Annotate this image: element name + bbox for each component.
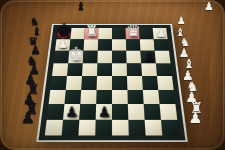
captured-white-pawn: ♟: [177, 16, 186, 26]
captured-black-bishop-top: ♝: [76, 1, 86, 12]
captured-white-pawn: ♟: [188, 111, 202, 126]
captured-white-pawn-top: ♟: [204, 1, 214, 12]
captured-black-pawn: ♟: [21, 111, 35, 127]
chess-game-scene: ♚♜♛♟♟♚♟♟♟ ♝♞♝♛♟♞♟♟♜♟♜♟ ♟♟♝♞♟♝♟♞♟♜♟: [0, 0, 225, 150]
